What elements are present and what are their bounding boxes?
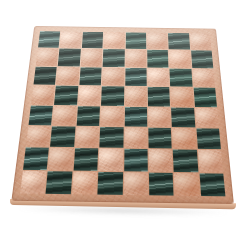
square-h4[interactable] bbox=[195, 107, 219, 127]
square-b7[interactable] bbox=[58, 49, 81, 67]
square-e5[interactable] bbox=[125, 87, 147, 106]
square-a3[interactable] bbox=[26, 126, 51, 147]
square-g5[interactable] bbox=[170, 87, 193, 106]
square-h2[interactable] bbox=[198, 150, 224, 172]
square-b8[interactable] bbox=[60, 32, 82, 49]
square-c4[interactable] bbox=[76, 106, 100, 126]
square-e7[interactable] bbox=[125, 50, 146, 68]
square-f3[interactable] bbox=[148, 128, 172, 149]
square-e6[interactable] bbox=[125, 68, 147, 86]
board-grid bbox=[20, 31, 225, 196]
square-d2[interactable] bbox=[98, 149, 122, 171]
square-e4[interactable] bbox=[124, 106, 147, 126]
square-f7[interactable] bbox=[147, 50, 169, 68]
board-photo-background bbox=[0, 0, 240, 240]
square-c5[interactable] bbox=[78, 86, 101, 105]
square-h3[interactable] bbox=[196, 128, 221, 149]
square-d3[interactable] bbox=[99, 127, 123, 148]
square-a5[interactable] bbox=[31, 85, 55, 104]
square-g1[interactable] bbox=[174, 173, 200, 196]
square-c1[interactable] bbox=[72, 171, 98, 194]
square-g8[interactable] bbox=[168, 33, 190, 50]
square-d8[interactable] bbox=[103, 32, 124, 49]
square-g6[interactable] bbox=[170, 68, 193, 86]
square-b3[interactable] bbox=[50, 126, 75, 147]
square-h8[interactable] bbox=[190, 33, 212, 50]
square-f4[interactable] bbox=[148, 107, 171, 127]
square-c2[interactable] bbox=[73, 148, 98, 170]
square-e1[interactable] bbox=[123, 172, 148, 195]
square-c3[interactable] bbox=[75, 127, 99, 148]
square-c7[interactable] bbox=[80, 49, 102, 67]
square-f2[interactable] bbox=[148, 149, 172, 171]
square-f8[interactable] bbox=[147, 33, 168, 50]
square-a4[interactable] bbox=[29, 105, 54, 125]
square-b6[interactable] bbox=[56, 67, 79, 85]
square-e8[interactable] bbox=[125, 32, 146, 49]
square-h7[interactable] bbox=[191, 51, 214, 69]
square-b4[interactable] bbox=[52, 105, 76, 125]
square-b2[interactable] bbox=[48, 148, 74, 170]
square-c8[interactable] bbox=[82, 32, 104, 49]
square-b5[interactable] bbox=[54, 86, 78, 105]
square-a7[interactable] bbox=[36, 48, 59, 66]
square-g2[interactable] bbox=[173, 150, 198, 172]
square-a6[interactable] bbox=[33, 67, 57, 85]
square-c6[interactable] bbox=[79, 67, 102, 85]
square-g3[interactable] bbox=[172, 128, 196, 149]
square-d6[interactable] bbox=[102, 67, 124, 85]
square-h1[interactable] bbox=[199, 173, 225, 196]
square-f6[interactable] bbox=[147, 68, 169, 86]
square-a2[interactable] bbox=[23, 148, 49, 170]
square-f1[interactable] bbox=[149, 172, 174, 195]
square-e3[interactable] bbox=[124, 127, 147, 148]
square-h5[interactable] bbox=[193, 88, 217, 107]
square-g7[interactable] bbox=[169, 50, 191, 68]
square-a1[interactable] bbox=[20, 170, 47, 193]
square-g4[interactable] bbox=[171, 107, 195, 127]
square-d7[interactable] bbox=[103, 49, 125, 67]
square-d1[interactable] bbox=[98, 172, 123, 195]
square-d4[interactable] bbox=[100, 106, 123, 126]
square-a8[interactable] bbox=[38, 31, 60, 48]
square-f5[interactable] bbox=[148, 87, 171, 106]
square-b1[interactable] bbox=[46, 171, 72, 194]
square-h6[interactable] bbox=[192, 69, 215, 87]
chess-board-frame bbox=[11, 26, 234, 204]
square-e2[interactable] bbox=[124, 149, 148, 171]
square-d5[interactable] bbox=[101, 86, 124, 105]
